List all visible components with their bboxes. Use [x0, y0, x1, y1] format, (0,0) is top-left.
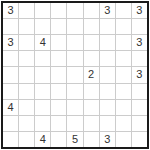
cell-r2c1[interactable] [3, 19, 18, 34]
cell-r3c3: 4 [35, 35, 50, 50]
cell-r8c4[interactable] [51, 116, 66, 131]
cell-r7c7[interactable] [100, 100, 115, 115]
cell-r9c5: 5 [67, 132, 82, 147]
cell-r6c8[interactable] [116, 84, 131, 99]
cell-r6c9[interactable] [132, 84, 147, 99]
cell-r4c8[interactable] [116, 51, 131, 66]
cell-r1c9: 3 [132, 3, 147, 18]
cell-r4c7[interactable] [100, 51, 115, 66]
cell-r8c5[interactable] [67, 116, 82, 131]
cell-r1c6[interactable] [84, 3, 99, 18]
cell-r7c9[interactable] [132, 100, 147, 115]
cell-r7c3[interactable] [35, 100, 50, 115]
cell-r1c5[interactable] [67, 3, 82, 18]
cell-r9c6[interactable] [84, 132, 99, 147]
cell-r5c3[interactable] [35, 67, 50, 82]
cell-r2c9[interactable] [132, 19, 147, 34]
cell-r2c5[interactable] [67, 19, 82, 34]
cell-r5c9: 3 [132, 67, 147, 82]
cell-r4c1[interactable] [3, 51, 18, 66]
cell-r2c3[interactable] [35, 19, 50, 34]
cell-r7c2[interactable] [19, 100, 34, 115]
cell-r8c1[interactable] [3, 116, 18, 131]
cell-r7c5[interactable] [67, 100, 82, 115]
cell-r7c1: 4 [3, 100, 18, 115]
cell-r6c7[interactable] [100, 84, 115, 99]
cell-r3c1: 3 [3, 35, 18, 50]
cell-r6c5[interactable] [67, 84, 82, 99]
cell-r5c5[interactable] [67, 67, 82, 82]
cell-r2c6[interactable] [84, 19, 99, 34]
cell-r1c3[interactable] [35, 3, 50, 18]
cell-r5c8[interactable] [116, 67, 131, 82]
cell-r8c6[interactable] [84, 116, 99, 131]
cell-r1c2[interactable] [19, 3, 34, 18]
cell-r3c7[interactable] [100, 35, 115, 50]
cell-r7c4[interactable] [51, 100, 66, 115]
cell-r6c2[interactable] [19, 84, 34, 99]
cell-r9c7: 3 [100, 132, 115, 147]
cell-r5c7[interactable] [100, 67, 115, 82]
cell-r8c2[interactable] [19, 116, 34, 131]
cell-r6c3[interactable] [35, 84, 50, 99]
cell-r4c5[interactable] [67, 51, 82, 66]
cell-r8c7[interactable] [100, 116, 115, 131]
cell-r6c6[interactable] [84, 84, 99, 99]
cell-r5c1[interactable] [3, 67, 18, 82]
cell-r9c9[interactable] [132, 132, 147, 147]
cell-r9c4[interactable] [51, 132, 66, 147]
cell-r2c2[interactable] [19, 19, 34, 34]
cell-r4c2[interactable] [19, 51, 34, 66]
cell-r7c6[interactable] [84, 100, 99, 115]
cell-r3c9: 3 [132, 35, 147, 50]
cell-r2c7[interactable] [100, 19, 115, 34]
cell-r5c4[interactable] [51, 67, 66, 82]
cell-r5c2[interactable] [19, 67, 34, 82]
cell-r3c5[interactable] [67, 35, 82, 50]
cell-r9c3: 4 [35, 132, 50, 147]
cell-r4c4[interactable] [51, 51, 66, 66]
cell-r4c9[interactable] [132, 51, 147, 66]
cell-r4c3[interactable] [35, 51, 50, 66]
cell-r2c8[interactable] [116, 19, 131, 34]
cell-r9c2[interactable] [19, 132, 34, 147]
cell-r3c6[interactable] [84, 35, 99, 50]
cell-r6c1[interactable] [3, 84, 18, 99]
cell-r8c8[interactable] [116, 116, 131, 131]
cell-r7c8[interactable] [116, 100, 131, 115]
cell-r8c3[interactable] [35, 116, 50, 131]
cell-r1c1: 3 [3, 3, 18, 18]
puzzle-board: 333343234453 [1, 1, 149, 149]
cell-r3c8[interactable] [116, 35, 131, 50]
cell-r9c1[interactable] [3, 132, 18, 147]
cell-r4c6[interactable] [84, 51, 99, 66]
cell-r2c4[interactable] [51, 19, 66, 34]
cell-r6c4[interactable] [51, 84, 66, 99]
cell-r1c7: 3 [100, 3, 115, 18]
cell-r3c2[interactable] [19, 35, 34, 50]
cell-r1c8[interactable] [116, 3, 131, 18]
cell-r5c6: 2 [84, 67, 99, 82]
cell-r1c4[interactable] [51, 3, 66, 18]
cell-r3c4[interactable] [51, 35, 66, 50]
puzzle-page: 333343234453 [0, 0, 150, 150]
cell-r9c8[interactable] [116, 132, 131, 147]
cell-r8c9[interactable] [132, 116, 147, 131]
